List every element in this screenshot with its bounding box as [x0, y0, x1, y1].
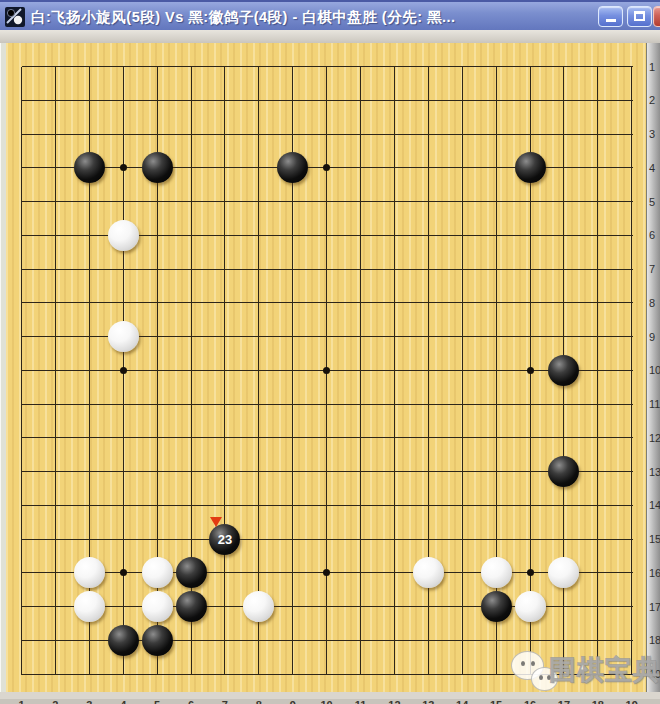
row-number-label: 9 [649, 331, 660, 343]
stone-black [142, 625, 173, 656]
grid-line-vertical [224, 67, 225, 676]
grid-line-vertical [55, 67, 56, 676]
watermark-text: 围棋宝典 [549, 652, 660, 688]
row-number-label: 10 [649, 364, 660, 376]
column-number-label: 18 [591, 699, 605, 704]
row-number-label: 1 [649, 61, 660, 73]
grid-line-vertical [360, 67, 361, 676]
row-number-label: 15 [649, 533, 660, 545]
stone-white [74, 557, 105, 588]
row-number-label: 3 [649, 128, 660, 140]
star-point [323, 569, 330, 576]
grid-line-horizontal [22, 134, 633, 135]
star-point [120, 367, 127, 374]
column-number-label: 16 [523, 699, 537, 704]
move-number-label: 23 [209, 524, 240, 555]
row-number-label: 7 [649, 263, 660, 275]
column-number-label: 7 [218, 699, 232, 704]
column-number-label: 15 [489, 699, 503, 704]
column-number-label: 14 [455, 699, 469, 704]
stone-white [108, 321, 139, 352]
stone-white [108, 220, 139, 251]
stone-black [74, 152, 105, 183]
go-app-window: { "game": "go (weiqi), 19x19 board, posi… [0, 0, 660, 704]
row-number-label: 16 [649, 567, 660, 579]
stone-black [142, 152, 173, 183]
row-number-label: 11 [649, 398, 660, 410]
row-number-label: 12 [649, 432, 660, 444]
stone-white [413, 557, 444, 588]
last-move-marker-icon [210, 517, 222, 527]
stone-black [176, 591, 207, 622]
grid-line-horizontal [22, 539, 633, 540]
row-number-label: 4 [649, 162, 660, 174]
stone-black [515, 152, 546, 183]
stone-white [515, 591, 546, 622]
grid-line-horizontal [22, 201, 633, 202]
column-number-label: 13 [421, 699, 435, 704]
column-number-label: 19 [625, 699, 639, 704]
star-point [527, 569, 534, 576]
stone-white [481, 557, 512, 588]
column-number-label: 1 [15, 699, 29, 704]
column-number-label: 9 [286, 699, 300, 704]
grid-line-vertical [21, 67, 22, 676]
row-number-label: 13 [649, 466, 660, 478]
column-number-label: 10 [320, 699, 334, 704]
column-number-label: 3 [82, 699, 96, 704]
column-number-label: 4 [116, 699, 130, 704]
star-point [323, 164, 330, 171]
grid-line-horizontal [22, 505, 633, 506]
grid-line-horizontal [22, 66, 633, 67]
grid-line-horizontal [22, 269, 633, 270]
stone-white [548, 557, 579, 588]
star-point [120, 569, 127, 576]
star-point [120, 164, 127, 171]
stone-black [481, 591, 512, 622]
row-number-label: 5 [649, 196, 660, 208]
stone-white [142, 591, 173, 622]
stone-black [548, 456, 579, 487]
row-number-label: 14 [649, 499, 660, 511]
row-number-label: 17 [649, 601, 660, 613]
stone-black [108, 625, 139, 656]
grid-line-horizontal [22, 437, 633, 438]
column-number-label: 12 [387, 699, 401, 704]
stone-black [277, 152, 308, 183]
grid-line-horizontal [22, 302, 633, 303]
stone-white [142, 557, 173, 588]
row-number-label: 2 [649, 94, 660, 106]
stone-black [176, 557, 207, 588]
grid-line-horizontal [22, 471, 633, 472]
column-number-label: 6 [184, 699, 198, 704]
row-number-label: 8 [649, 297, 660, 309]
grid-line-vertical [258, 67, 259, 676]
watermark: 围棋宝典 [505, 646, 655, 694]
grid-line-vertical [631, 67, 632, 676]
board-layer: 1122334455667788991010111112121313141415… [0, 0, 660, 704]
grid-line-vertical [597, 67, 598, 676]
stone-white [243, 591, 274, 622]
column-number-label: 5 [150, 699, 164, 704]
grid-line-vertical [394, 67, 395, 676]
column-number-label: 11 [354, 699, 368, 704]
stone-black: 23 [209, 524, 240, 555]
row-number-label: 18 [649, 634, 660, 646]
column-number-label: 8 [252, 699, 266, 704]
column-number-label: 2 [48, 699, 62, 704]
row-number-label: 6 [649, 229, 660, 241]
grid-line-horizontal [22, 100, 633, 101]
stone-black [548, 355, 579, 386]
column-number-label: 17 [557, 699, 571, 704]
star-point [323, 367, 330, 374]
grid-line-horizontal [22, 404, 633, 405]
stone-white [74, 591, 105, 622]
grid-line-vertical [462, 67, 463, 676]
star-point [527, 367, 534, 374]
